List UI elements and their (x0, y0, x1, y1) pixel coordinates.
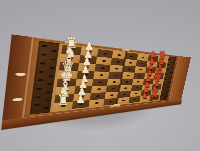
peg-hole (117, 61, 120, 63)
peg-hole (145, 92, 147, 93)
peg-hole (150, 70, 152, 71)
peg-hole (122, 100, 125, 101)
peg-hole (114, 75, 117, 76)
tray-hole (165, 97, 167, 98)
peg-hole (67, 66, 71, 68)
peg-hole (87, 59, 91, 61)
peg-hole (61, 105, 65, 107)
tray-hole (169, 59, 171, 60)
tray-hole (52, 50, 56, 52)
peg-hole (129, 62, 132, 63)
peg-hole (102, 60, 105, 62)
peg-hole (123, 94, 126, 95)
photo-stage: Antique folding travel chess set: open m… (0, 0, 200, 151)
peg-hole (159, 70, 161, 71)
peg-hole (70, 49, 74, 51)
peg-hole (101, 67, 104, 69)
peg-hole (66, 74, 70, 76)
tray-hole (50, 67, 54, 69)
tray-hole (162, 89, 164, 90)
board-square[interactable] (93, 71, 109, 78)
tray-hole (40, 62, 45, 64)
tray-hole (36, 96, 41, 98)
peg-hole (63, 97, 67, 99)
peg-hole (84, 74, 88, 76)
tray-hole (42, 45, 47, 47)
peg-hole (155, 92, 157, 93)
peg-hole (110, 94, 113, 95)
tray-hole (45, 99, 49, 101)
board-square[interactable] (58, 70, 78, 78)
tray-hole (172, 61, 174, 62)
peg-hole (68, 58, 72, 60)
peg-hole (112, 88, 115, 89)
peg-hole (135, 93, 137, 94)
peg-hole (104, 53, 107, 55)
peg-hole (134, 99, 136, 100)
tray-hole (171, 67, 173, 68)
tray-hole (37, 88, 42, 90)
peg-hole (139, 69, 141, 70)
tray-hole (51, 59, 55, 61)
peg-hole (144, 98, 146, 99)
peg-hole (156, 86, 158, 87)
tray-hole (168, 64, 170, 65)
tray-hole (46, 91, 50, 93)
tray-hole (44, 107, 48, 109)
peg-hole (147, 81, 149, 82)
peg-hole (124, 88, 127, 89)
tray-hole (38, 80, 43, 82)
peg-hole (128, 69, 131, 70)
peg-hole (109, 101, 112, 103)
tray-hole (41, 54, 46, 56)
peg-hole (136, 87, 138, 88)
tray-hole (163, 84, 165, 85)
peg-hole (160, 64, 162, 65)
tray-hole (165, 79, 167, 80)
peg-hole (99, 82, 102, 83)
peg-hole (126, 81, 129, 82)
peg-hole (115, 68, 118, 69)
tray-hole (161, 94, 163, 95)
peg-hole (149, 75, 151, 76)
peg-hole (152, 58, 154, 59)
tray-hole (166, 92, 168, 93)
peg-hole (130, 56, 133, 58)
peg-hole (138, 75, 140, 76)
peg-hole (162, 59, 164, 60)
peg-hole (141, 63, 143, 64)
peg-hole (158, 76, 160, 77)
peg-hole (95, 102, 98, 104)
tray-hole (168, 82, 170, 83)
tray-hole (35, 104, 40, 106)
bone-peg-icon (15, 73, 25, 76)
peg-hole (151, 64, 153, 65)
peg-hole (79, 104, 83, 106)
peg-hole (96, 95, 99, 97)
travel-chess-box (22, 37, 179, 118)
peg-hole (153, 97, 155, 98)
peg-hole (146, 87, 148, 88)
peg-hole (65, 82, 69, 84)
tray-hole (167, 87, 169, 88)
board-square[interactable] (77, 71, 95, 79)
peg-hole (100, 74, 103, 75)
peg-hole (142, 57, 144, 58)
peg-hole (83, 82, 87, 84)
peg-hole (88, 51, 92, 53)
peg-hole (127, 75, 130, 76)
peg-hole (64, 90, 68, 92)
tray-hole (169, 77, 171, 78)
tray-hole (166, 74, 168, 75)
tray-hole (39, 71, 44, 73)
board-square[interactable] (149, 95, 159, 101)
peg-hole (80, 96, 84, 98)
tray-hole (167, 69, 169, 70)
tray-hole (170, 72, 172, 73)
peg-hole (98, 88, 101, 90)
peg-hole (113, 81, 116, 82)
peg-hole (85, 67, 89, 69)
peg-hole (137, 81, 139, 82)
peg-hole (82, 89, 86, 91)
peg-hole (157, 81, 159, 82)
tray-hole (49, 75, 53, 77)
peg-hole (118, 54, 121, 56)
tray-hole (48, 83, 52, 85)
